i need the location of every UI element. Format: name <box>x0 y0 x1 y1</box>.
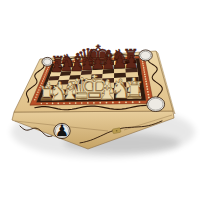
pawn-icon: ♟ <box>55 122 69 140</box>
medallion-front-left: ♟ <box>54 122 70 140</box>
piece-white-rook: ♜ <box>124 77 145 103</box>
product-photo: ♞♞♞♟♜♞♝♛♚♝♞♜♟♟♟♟♟♟♟♟♟♟♟♟♟♟♟♟♜♞♝♛♚♝♞♜ <box>0 0 200 200</box>
medallion-plate <box>147 97 165 112</box>
knight-icon: ♞ <box>43 0 52 2</box>
product-photo-svg: ♞♞♞♟♜♞♝♛♚♝♞♜♟♟♟♟♟♟♟♟♟♟♟♟♟♟♟♟♜♞♝♛♚♝♞♜ <box>0 0 200 200</box>
medallion-plate <box>139 50 152 61</box>
piece-black-pawn: ♟ <box>123 52 139 72</box>
knight-icon: ♞ <box>148 0 163 4</box>
